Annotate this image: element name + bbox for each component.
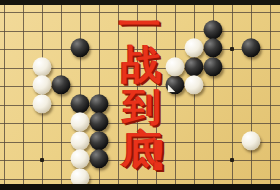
stone-black[interactable] xyxy=(90,149,109,168)
stone-white[interactable] xyxy=(33,94,52,113)
stone-black[interactable] xyxy=(71,94,90,113)
star-point xyxy=(40,158,44,162)
stone-white[interactable] xyxy=(242,131,261,150)
stone-white[interactable] xyxy=(166,57,185,76)
stone-white[interactable] xyxy=(71,112,90,131)
stone-white[interactable] xyxy=(33,57,52,76)
stone-black[interactable] xyxy=(204,38,223,57)
stone-black[interactable] xyxy=(90,94,109,113)
stone-black[interactable] xyxy=(185,57,204,76)
grid-line-vertical xyxy=(251,5,252,184)
star-point xyxy=(230,158,234,162)
grid-line-horizontal xyxy=(0,49,280,50)
stone-black[interactable] xyxy=(166,75,185,94)
stone-black[interactable] xyxy=(90,131,109,150)
stone-white[interactable] xyxy=(185,38,204,57)
stone-black[interactable] xyxy=(52,75,71,94)
grid-line-vertical xyxy=(23,5,24,184)
stone-black[interactable] xyxy=(204,20,223,39)
grid-line-vertical xyxy=(137,5,138,184)
stone-black[interactable] xyxy=(242,38,261,57)
grid-line-horizontal xyxy=(0,142,280,143)
stone-white[interactable] xyxy=(33,75,52,94)
grid-line-vertical xyxy=(61,5,62,184)
grid-line-vertical xyxy=(118,5,119,184)
bottom-letterbox-bar xyxy=(0,184,280,190)
stone-black[interactable] xyxy=(204,57,223,76)
grid-line-horizontal xyxy=(0,179,280,180)
grid-line-horizontal xyxy=(0,123,280,124)
stone-white[interactable] xyxy=(185,75,204,94)
video-thumbnail-frame: 一 战 到 底 ! xyxy=(0,0,280,190)
grid-line-vertical xyxy=(156,5,157,184)
grid-line-vertical xyxy=(175,5,176,184)
stone-white[interactable] xyxy=(71,131,90,150)
grid-line-vertical xyxy=(270,5,271,184)
stone-black[interactable] xyxy=(71,38,90,57)
grid-line-vertical xyxy=(4,5,5,184)
go-board[interactable] xyxy=(0,0,280,190)
top-letterbox-bar xyxy=(0,0,280,5)
grid-line-horizontal xyxy=(0,12,280,13)
last-move-marker xyxy=(168,84,176,92)
grid-line-vertical xyxy=(194,5,195,184)
grid-line-horizontal xyxy=(0,31,280,32)
stone-black[interactable] xyxy=(90,112,109,131)
stone-white[interactable] xyxy=(71,149,90,168)
star-point xyxy=(230,47,234,51)
